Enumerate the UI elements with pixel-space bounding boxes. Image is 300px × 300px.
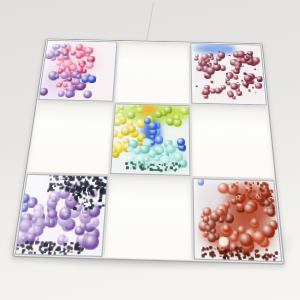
frit-speckle bbox=[163, 163, 166, 166]
frit-dot bbox=[138, 134, 145, 141]
frit-dot bbox=[64, 46, 71, 52]
glass-color-patch bbox=[40, 68, 78, 95]
frit-speckle bbox=[47, 190, 49, 192]
frit-dot bbox=[253, 231, 265, 243]
frit-speckle bbox=[87, 188, 89, 189]
frit-speckle bbox=[245, 251, 247, 253]
frit-dot bbox=[56, 54, 65, 61]
frit-dot bbox=[166, 104, 171, 108]
frit-speckle bbox=[231, 70, 233, 71]
frit-speckle bbox=[81, 175, 85, 179]
frit-speckle bbox=[225, 81, 228, 83]
frit-speckle bbox=[173, 169, 174, 170]
frit-dot bbox=[51, 197, 57, 203]
frit-dot bbox=[48, 52, 56, 58]
frit-speckle bbox=[85, 207, 88, 210]
frit-speckle bbox=[59, 187, 62, 189]
frit-dot bbox=[113, 141, 123, 150]
frit-dot bbox=[43, 219, 51, 226]
frit-dot bbox=[150, 134, 155, 139]
frit-speckle bbox=[220, 252, 222, 254]
frit-speckle bbox=[74, 244, 76, 246]
frit-speckle bbox=[23, 249, 25, 251]
frit-speckle bbox=[99, 199, 102, 202]
frit-speckle bbox=[141, 163, 144, 165]
frit-speckle bbox=[203, 247, 205, 249]
frit-speckle bbox=[105, 183, 107, 185]
frit-speckle bbox=[81, 188, 83, 190]
frit-dot bbox=[117, 132, 123, 138]
frit-speckle bbox=[76, 188, 77, 189]
frit-speckle bbox=[211, 255, 214, 258]
frit-speckle bbox=[82, 189, 86, 192]
frit-dot bbox=[70, 85, 76, 90]
frit-speckle bbox=[214, 248, 216, 250]
frit-speckle bbox=[92, 193, 95, 196]
frit-speckle bbox=[172, 162, 174, 164]
frit-speckle bbox=[237, 82, 238, 83]
frit-speckle bbox=[84, 180, 86, 182]
frit-dot bbox=[249, 58, 258, 66]
frit-dot bbox=[204, 230, 209, 235]
frit-speckle bbox=[88, 185, 90, 187]
frit-speckle bbox=[75, 188, 77, 189]
frit-speckle bbox=[151, 169, 153, 171]
frit-speckle bbox=[135, 168, 137, 170]
frit-dot bbox=[49, 71, 59, 79]
frit-speckle bbox=[44, 249, 47, 252]
frit-dot bbox=[23, 215, 37, 228]
frit-dot bbox=[75, 204, 83, 212]
frit-speckle bbox=[81, 182, 83, 184]
frit-dot bbox=[196, 64, 204, 71]
frit-speckle bbox=[21, 251, 23, 253]
frit-speckle bbox=[247, 252, 249, 254]
frit-speckle bbox=[144, 168, 146, 170]
frit-dot bbox=[236, 88, 241, 92]
frit-dot bbox=[246, 73, 255, 81]
frit-speckle bbox=[77, 186, 80, 188]
frit-speckle bbox=[83, 187, 86, 190]
frit-dot bbox=[199, 220, 210, 232]
frit-dot bbox=[117, 132, 124, 138]
glass-color-patch bbox=[203, 213, 274, 251]
frit-speckle bbox=[210, 247, 212, 249]
frit-dot bbox=[89, 190, 98, 198]
frit-speckle bbox=[235, 189, 237, 191]
frit-speckle bbox=[70, 247, 74, 251]
frit-speckle bbox=[231, 254, 233, 256]
frit-speckle bbox=[70, 189, 74, 193]
frit-speckle bbox=[53, 252, 56, 255]
frit-speckle bbox=[62, 251, 64, 253]
frit-speckle bbox=[253, 190, 256, 193]
frit-speckle bbox=[56, 249, 58, 251]
frit-speckle bbox=[246, 253, 249, 257]
frit-dot bbox=[150, 140, 155, 145]
frit-dot bbox=[200, 214, 205, 219]
frit-speckle bbox=[266, 183, 269, 186]
frit-speckle bbox=[241, 79, 243, 81]
frit-speckle bbox=[71, 178, 75, 182]
frit-speckle bbox=[267, 184, 269, 186]
frit-speckle bbox=[150, 164, 153, 167]
frit-dot bbox=[27, 199, 37, 208]
frit-speckle bbox=[53, 245, 55, 247]
frit-speckle bbox=[165, 169, 167, 171]
frit-dot bbox=[148, 150, 156, 158]
frit-dot bbox=[233, 68, 240, 74]
frit-speckle bbox=[77, 193, 81, 196]
frit-speckle bbox=[250, 198, 252, 200]
plate-cell-r0c2-frit bbox=[191, 43, 267, 105]
frit-dot bbox=[137, 122, 143, 127]
frit-speckle bbox=[224, 247, 226, 249]
frit-speckle bbox=[54, 185, 56, 187]
frit-dot bbox=[256, 76, 263, 82]
frit-dot bbox=[64, 195, 79, 209]
frit-speckle bbox=[239, 84, 240, 85]
frit-speckle bbox=[256, 63, 258, 65]
frit-speckle bbox=[50, 187, 53, 190]
frit-speckle bbox=[244, 54, 247, 56]
frit-dot bbox=[80, 63, 86, 68]
frit-speckle bbox=[82, 202, 85, 205]
photo-scene bbox=[0, 0, 300, 300]
frit-dot bbox=[226, 183, 238, 195]
frit-speckle bbox=[251, 256, 255, 260]
frit-dot bbox=[58, 56, 63, 60]
frit-speckle bbox=[141, 167, 143, 169]
frit-speckle bbox=[31, 248, 34, 251]
frit-speckle bbox=[79, 186, 82, 189]
frit-speckle bbox=[221, 251, 224, 255]
frit-dot bbox=[224, 213, 234, 223]
frit-dot bbox=[19, 204, 28, 213]
frit-dot bbox=[218, 217, 225, 224]
frit-speckle bbox=[63, 242, 67, 245]
frit-speckle bbox=[240, 250, 243, 253]
frit-speckle bbox=[63, 248, 65, 250]
frit-speckle bbox=[85, 195, 87, 197]
frit-dot bbox=[262, 225, 276, 239]
frit-speckle bbox=[79, 194, 81, 196]
frit-dot bbox=[128, 139, 138, 148]
frit-speckle bbox=[238, 193, 240, 194]
frit-speckle bbox=[76, 186, 80, 190]
frit-speckle bbox=[65, 189, 67, 190]
frit-dot bbox=[63, 238, 68, 243]
frit-speckle bbox=[101, 183, 103, 185]
frit-speckle bbox=[74, 185, 77, 188]
frit-speckle bbox=[243, 194, 245, 196]
frit-speckle bbox=[250, 184, 252, 186]
frit-speckle bbox=[157, 166, 159, 168]
frit-speckle bbox=[206, 247, 209, 251]
frit-dot bbox=[230, 197, 237, 204]
frit-speckle bbox=[157, 169, 159, 171]
frit-speckle bbox=[249, 197, 251, 199]
plate-cell-r2c0-frit bbox=[15, 173, 108, 257]
frit-speckle bbox=[231, 186, 233, 188]
frit-speckle bbox=[81, 187, 84, 190]
frit-speckle bbox=[134, 164, 136, 166]
frit-speckle bbox=[85, 185, 88, 188]
frit-dot bbox=[50, 49, 57, 55]
frit-speckle bbox=[76, 201, 77, 202]
frit-speckle bbox=[269, 190, 271, 191]
frit-speckle bbox=[255, 255, 257, 257]
frit-dot bbox=[252, 57, 260, 64]
frit-speckle bbox=[96, 186, 100, 190]
frit-dot bbox=[17, 230, 32, 244]
frit-speckle bbox=[25, 241, 28, 244]
frit-dot bbox=[226, 78, 230, 82]
frit-speckle bbox=[224, 253, 227, 257]
frit-speckle bbox=[89, 188, 93, 191]
frit-dot bbox=[227, 75, 232, 79]
frit-speckle bbox=[55, 174, 59, 177]
frit-speckle bbox=[200, 69, 201, 70]
frit-speckle bbox=[254, 198, 256, 200]
frit-dot bbox=[131, 129, 139, 136]
frit-dot bbox=[15, 233, 28, 246]
frit-speckle bbox=[65, 252, 68, 255]
frit-speckle bbox=[159, 169, 162, 172]
frit-speckle bbox=[264, 255, 266, 257]
frit-speckle bbox=[62, 186, 65, 189]
frit-dot bbox=[82, 235, 97, 250]
frit-dot bbox=[164, 139, 173, 148]
frit-dot bbox=[56, 61, 61, 65]
frit-speckle bbox=[86, 199, 88, 201]
frit-dot bbox=[63, 212, 69, 217]
frit-speckle bbox=[75, 198, 78, 201]
frit-speckle bbox=[74, 196, 77, 199]
frit-speckle bbox=[66, 177, 68, 179]
frit-dot bbox=[235, 84, 240, 88]
frit-speckle bbox=[242, 252, 245, 256]
frit-dot bbox=[238, 227, 244, 233]
frit-speckle bbox=[62, 175, 65, 178]
frit-speckle bbox=[64, 183, 66, 185]
frit-speckle bbox=[67, 245, 71, 249]
frit-speckle bbox=[100, 184, 102, 186]
frit-speckle bbox=[75, 195, 79, 199]
frit-speckle bbox=[257, 193, 260, 196]
frit-speckle bbox=[41, 252, 44, 255]
frit-dot bbox=[263, 208, 270, 215]
frit-dot bbox=[236, 90, 242, 96]
frit-speckle bbox=[171, 168, 173, 170]
frit-speckle bbox=[229, 55, 230, 56]
frit-dot bbox=[197, 178, 204, 185]
frit-speckle bbox=[240, 197, 242, 199]
frit-dot bbox=[154, 123, 160, 129]
frit-dot bbox=[216, 209, 224, 217]
frit-dot bbox=[18, 227, 28, 236]
frit-speckle bbox=[65, 243, 67, 245]
frit-speckle bbox=[234, 191, 236, 193]
frit-speckle bbox=[83, 192, 86, 195]
frit-dot bbox=[208, 63, 212, 66]
frit-speckle bbox=[153, 165, 155, 167]
frit-dot bbox=[174, 152, 183, 161]
frit-speckle bbox=[54, 176, 56, 178]
frit-dot bbox=[210, 56, 214, 60]
frit-dot bbox=[70, 79, 78, 86]
frit-speckle bbox=[49, 186, 53, 190]
frit-dot bbox=[220, 211, 228, 219]
frit-speckle bbox=[211, 251, 214, 254]
frit-speckle bbox=[135, 165, 136, 166]
frit-dot bbox=[48, 71, 57, 79]
frit-dot bbox=[201, 57, 206, 61]
frit-speckle bbox=[75, 198, 78, 201]
frit-speckle bbox=[88, 175, 92, 178]
frit-speckle bbox=[212, 252, 215, 255]
frit-speckle bbox=[102, 204, 105, 207]
frit-speckle bbox=[170, 166, 173, 169]
frit-speckle bbox=[64, 244, 66, 246]
frit-speckle bbox=[240, 247, 242, 249]
frit-speckle bbox=[53, 243, 57, 246]
frit-speckle bbox=[68, 187, 71, 189]
frit-speckle bbox=[218, 51, 220, 53]
frit-dot bbox=[75, 44, 84, 51]
frit-speckle bbox=[159, 163, 161, 165]
frit-speckle bbox=[272, 191, 274, 192]
frit-speckle bbox=[219, 249, 221, 251]
frit-speckle bbox=[259, 188, 262, 191]
frit-dot bbox=[63, 71, 72, 79]
frit-speckle bbox=[263, 256, 265, 259]
frit-speckle bbox=[99, 199, 102, 202]
frit-dot bbox=[83, 91, 92, 99]
frit-speckle bbox=[257, 196, 259, 198]
frit-speckle bbox=[152, 169, 154, 171]
frit-speckle bbox=[166, 166, 168, 168]
frit-speckle bbox=[133, 167, 135, 169]
frit-speckle bbox=[91, 191, 95, 194]
frit-dot bbox=[204, 58, 209, 63]
frit-dot bbox=[25, 232, 37, 243]
frit-speckle bbox=[146, 164, 147, 165]
frit-speckle bbox=[53, 183, 55, 185]
frit-dot bbox=[86, 227, 100, 241]
frit-dot bbox=[246, 200, 258, 212]
frit-speckle bbox=[80, 181, 82, 182]
frit-speckle bbox=[236, 193, 239, 196]
frit-speckle bbox=[73, 176, 76, 178]
frit-speckle bbox=[74, 244, 78, 248]
frit-speckle bbox=[261, 193, 264, 196]
frit-speckle bbox=[75, 242, 78, 245]
frit-speckle bbox=[223, 256, 226, 260]
frit-dot bbox=[237, 55, 246, 63]
frit-speckle bbox=[43, 242, 47, 245]
frit-dot bbox=[218, 183, 229, 194]
frit-dot bbox=[80, 47, 86, 52]
frit-dot bbox=[230, 243, 238, 252]
frit-dot bbox=[179, 159, 187, 167]
frit-dot bbox=[169, 146, 176, 153]
frit-speckle bbox=[126, 166, 129, 169]
glass-color-patch bbox=[133, 143, 186, 171]
frit-speckle bbox=[245, 86, 248, 88]
frit-speckle bbox=[255, 77, 257, 79]
frit-speckle bbox=[85, 178, 87, 179]
frit-dot bbox=[33, 210, 42, 218]
frit-dot bbox=[202, 89, 210, 96]
frit-speckle bbox=[211, 81, 213, 83]
frit-speckle bbox=[125, 163, 126, 164]
frit-dot bbox=[161, 151, 169, 159]
frit-dot bbox=[241, 58, 248, 64]
frit-speckle bbox=[101, 182, 104, 185]
frit-dot bbox=[129, 129, 138, 137]
frit-dot bbox=[70, 51, 76, 56]
frit-dot bbox=[129, 160, 138, 169]
frit-speckle bbox=[29, 243, 32, 246]
frit-speckle bbox=[84, 202, 86, 203]
frit-speckle bbox=[54, 185, 56, 187]
frit-speckle bbox=[245, 74, 247, 76]
frit-speckle bbox=[77, 177, 79, 179]
frit-speckle bbox=[77, 193, 79, 195]
frit-speckle bbox=[101, 182, 103, 184]
frit-speckle bbox=[83, 187, 85, 189]
frit-dot bbox=[56, 235, 67, 246]
frit-speckle bbox=[46, 243, 48, 245]
frit-dot bbox=[67, 77, 73, 82]
frit-dot bbox=[21, 236, 27, 242]
frit-speckle bbox=[231, 254, 234, 257]
frit-dot bbox=[180, 146, 186, 152]
frit-speckle bbox=[48, 248, 51, 251]
frit-speckle bbox=[159, 164, 160, 165]
frit-speckle bbox=[266, 198, 269, 201]
frit-speckle bbox=[102, 191, 106, 195]
frit-dot bbox=[178, 144, 186, 152]
frit-speckle bbox=[224, 250, 227, 253]
frit-dot bbox=[70, 64, 78, 71]
frit-speckle bbox=[267, 254, 270, 257]
frit-speckle bbox=[245, 196, 247, 198]
frit-dot bbox=[137, 139, 145, 147]
frit-dot bbox=[75, 82, 83, 89]
frit-speckle bbox=[50, 247, 54, 251]
frit-speckle bbox=[267, 192, 269, 194]
frit-speckle bbox=[252, 181, 254, 183]
frit-dot bbox=[62, 53, 70, 60]
frit-speckle bbox=[75, 199, 78, 201]
frit-speckle bbox=[78, 247, 80, 249]
frit-speckle bbox=[271, 200, 273, 202]
frit-speckle bbox=[28, 251, 31, 253]
frit-speckle bbox=[91, 185, 93, 187]
frit-dot bbox=[258, 196, 269, 206]
frit-speckle bbox=[88, 206, 90, 208]
frit-dot bbox=[89, 218, 99, 228]
frit-speckle bbox=[105, 178, 107, 180]
frit-speckle bbox=[247, 53, 248, 54]
frit-speckle bbox=[248, 258, 250, 260]
frit-dot bbox=[250, 219, 259, 228]
frit-dot bbox=[32, 203, 44, 214]
frit-dot bbox=[58, 65, 66, 72]
frit-dot bbox=[119, 105, 124, 110]
